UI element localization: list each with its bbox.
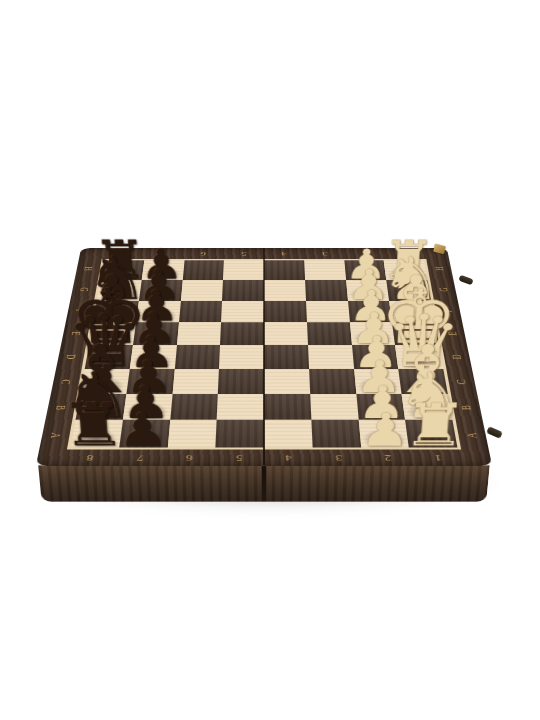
rank-label-7: 7 <box>136 454 144 462</box>
square-d6[interactable] <box>174 345 220 369</box>
frame-corner <box>36 449 67 465</box>
fold-seam <box>263 248 265 466</box>
square-e3[interactable] <box>307 322 352 345</box>
square-a5[interactable] <box>216 420 264 448</box>
square-b4[interactable] <box>264 394 311 420</box>
rank-label-8: 8 <box>86 454 94 462</box>
square-d3[interactable] <box>308 345 354 369</box>
chess-board: 87654321 HGFEDCBA ♜♟♟♜♞♟♟♞♝♟♟♝♚♟♟♚♛♟♟♛♝♟… <box>36 248 492 466</box>
board-front-edge <box>38 465 490 502</box>
square-a8[interactable]: ♜ <box>71 420 123 448</box>
chess-board-scene: 87654321 HGFEDCBA ♜♟♟♜♞♟♟♞♝♟♟♝♚♟♟♚♛♟♟♛♝♟… <box>61 142 467 548</box>
square-h4[interactable] <box>264 260 305 280</box>
square-g3[interactable] <box>305 280 348 301</box>
rank-label-4: 4 <box>281 251 287 256</box>
product-photo: 87654321 HGFEDCBA ♜♟♟♜♞♟♟♞♝♟♟♝♚♟♟♚♛♟♟♛♝♟… <box>0 0 540 720</box>
square-h3[interactable] <box>304 260 346 280</box>
square-c4[interactable] <box>264 369 310 394</box>
square-b6[interactable] <box>170 394 218 420</box>
square-d4[interactable] <box>264 345 309 369</box>
rank-label-3: 3 <box>335 454 342 462</box>
rank-label-6: 6 <box>186 454 193 462</box>
rank-label-4: 4 <box>285 454 292 462</box>
file-label-a: A <box>465 432 479 437</box>
rank-label-5: 5 <box>241 251 247 256</box>
square-c3[interactable] <box>309 369 356 394</box>
file-label-a: A <box>49 432 63 437</box>
square-c5[interactable] <box>218 369 264 394</box>
square-e5[interactable] <box>220 322 264 345</box>
square-g4[interactable] <box>264 280 306 301</box>
square-d5[interactable] <box>219 345 264 369</box>
square-h6[interactable] <box>182 260 224 280</box>
rank-label-6: 6 <box>201 251 207 256</box>
square-g6[interactable] <box>180 280 223 301</box>
square-e6[interactable] <box>177 322 222 345</box>
square-g5[interactable] <box>222 280 264 301</box>
square-a7[interactable]: ♟ <box>119 420 170 448</box>
rank-label-2: 2 <box>384 454 392 462</box>
square-b5[interactable] <box>217 394 264 420</box>
latch-hook-near <box>486 426 503 438</box>
frame-corner <box>461 449 492 465</box>
square-b3[interactable] <box>310 394 358 420</box>
square-f5[interactable] <box>221 301 264 323</box>
square-h5[interactable] <box>223 260 264 280</box>
rank-label-3: 3 <box>322 251 328 256</box>
square-a6[interactable] <box>167 420 217 448</box>
square-f6[interactable] <box>179 301 223 323</box>
square-a3[interactable] <box>311 420 361 448</box>
square-f3[interactable] <box>306 301 350 323</box>
white-rook-a1[interactable]: ♜ <box>401 396 469 455</box>
rank-label-1: 1 <box>434 454 442 462</box>
square-a4[interactable] <box>264 420 312 448</box>
square-c6[interactable] <box>172 369 219 394</box>
fold-gap <box>262 466 266 502</box>
rank-label-5: 5 <box>236 454 243 462</box>
square-e4[interactable] <box>264 322 308 345</box>
black-pawn-a7[interactable]: ♟ <box>116 407 168 453</box>
square-a1[interactable]: ♜ <box>405 420 457 448</box>
square-f4[interactable] <box>264 301 307 323</box>
